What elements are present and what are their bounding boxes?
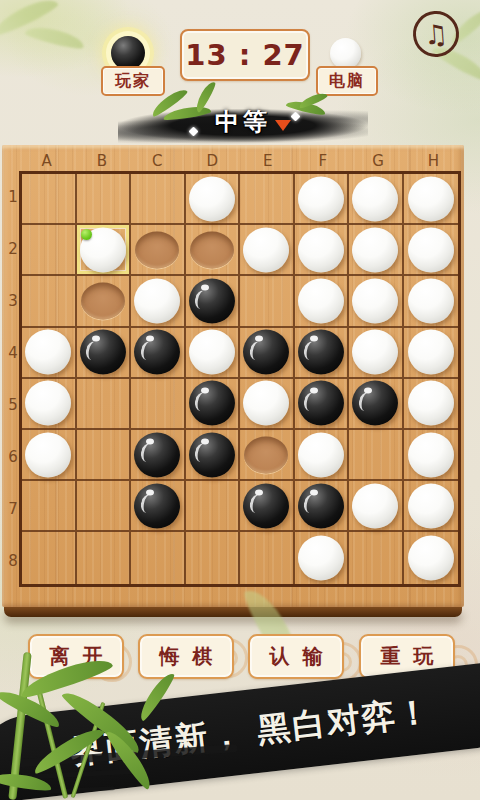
cell-E4[interactable] bbox=[240, 328, 295, 379]
black-stone-C7 bbox=[134, 483, 180, 528]
white-stone-F2 bbox=[298, 227, 344, 272]
black-stone-E7 bbox=[243, 483, 289, 528]
row-label-5: 5 bbox=[6, 379, 20, 431]
cell-F6[interactable] bbox=[295, 430, 350, 481]
cell-F8[interactable] bbox=[295, 532, 350, 583]
cell-H7[interactable] bbox=[404, 481, 459, 532]
cell-D5[interactable] bbox=[186, 379, 241, 430]
column-label-H: H bbox=[406, 152, 461, 170]
cell-D3[interactable] bbox=[186, 276, 241, 327]
chevron-down-icon bbox=[275, 120, 291, 131]
last-move-dot bbox=[81, 229, 92, 240]
cell-B7[interactable] bbox=[77, 481, 132, 532]
black-stone-D6 bbox=[189, 432, 235, 477]
white-stone-G1 bbox=[352, 176, 398, 221]
black-stone-C4 bbox=[134, 330, 180, 375]
cell-B3[interactable] bbox=[77, 276, 132, 327]
white-stone-F1 bbox=[298, 176, 344, 221]
cell-B2[interactable] bbox=[77, 225, 132, 276]
cell-C6[interactable] bbox=[131, 430, 186, 481]
white-stone-D4 bbox=[189, 330, 235, 375]
white-stone-H1 bbox=[408, 176, 454, 221]
cell-D8[interactable] bbox=[186, 532, 241, 583]
black-stone-F7 bbox=[298, 483, 344, 528]
cell-F7[interactable] bbox=[295, 481, 350, 532]
cell-F4[interactable] bbox=[295, 328, 350, 379]
cell-E3[interactable] bbox=[240, 276, 295, 327]
white-stone-E2 bbox=[243, 227, 289, 272]
row-label-6: 6 bbox=[6, 431, 20, 483]
cell-C1[interactable] bbox=[131, 174, 186, 225]
black-stone-B4 bbox=[80, 330, 126, 375]
music-note-icon: ♫ bbox=[423, 18, 449, 51]
cell-A5[interactable] bbox=[22, 379, 77, 430]
white-stone-F3 bbox=[298, 278, 344, 323]
computer-white-stone-avatar bbox=[330, 38, 361, 69]
cell-H5[interactable] bbox=[404, 379, 459, 430]
cell-A7[interactable] bbox=[22, 481, 77, 532]
cell-G6[interactable] bbox=[349, 430, 404, 481]
cell-G2[interactable] bbox=[349, 225, 404, 276]
legal-move-hollow-C2[interactable] bbox=[135, 231, 179, 268]
bamboo-leaf bbox=[24, 22, 86, 51]
white-stone-A6 bbox=[25, 432, 71, 477]
cell-A1[interactable] bbox=[22, 174, 77, 225]
column-label-F: F bbox=[295, 152, 350, 170]
row-label-7: 7 bbox=[6, 483, 20, 535]
white-stone-H6 bbox=[408, 432, 454, 477]
black-stone-D3 bbox=[189, 278, 235, 323]
black-stone-D5 bbox=[189, 381, 235, 426]
column-label-C: C bbox=[130, 152, 185, 170]
cell-F5[interactable] bbox=[295, 379, 350, 430]
cell-A4[interactable] bbox=[22, 328, 77, 379]
cell-A8[interactable] bbox=[22, 532, 77, 583]
cell-G4[interactable] bbox=[349, 328, 404, 379]
cell-H8[interactable] bbox=[404, 532, 459, 583]
cell-E8[interactable] bbox=[240, 532, 295, 583]
row-label-4: 4 bbox=[6, 327, 20, 379]
cell-G5[interactable] bbox=[349, 379, 404, 430]
white-stone-G2 bbox=[352, 227, 398, 272]
row-label-8: 8 bbox=[6, 535, 20, 587]
black-stone-E4 bbox=[243, 330, 289, 375]
black-stone-G5 bbox=[352, 381, 398, 426]
cell-C3[interactable] bbox=[131, 276, 186, 327]
column-label-G: G bbox=[351, 152, 406, 170]
cell-C7[interactable] bbox=[131, 481, 186, 532]
player-label: 玩家 bbox=[115, 71, 151, 92]
cell-G8[interactable] bbox=[349, 532, 404, 583]
cell-A2[interactable] bbox=[22, 225, 77, 276]
white-stone-H4 bbox=[408, 330, 454, 375]
white-stone-H3 bbox=[408, 278, 454, 323]
cell-H6[interactable] bbox=[404, 430, 459, 481]
cell-E5[interactable] bbox=[240, 379, 295, 430]
cell-A3[interactable] bbox=[22, 276, 77, 327]
cell-E1[interactable] bbox=[240, 174, 295, 225]
timer-value: 13 : 27 bbox=[185, 38, 305, 72]
player-name-plate: 玩家 bbox=[101, 66, 165, 96]
cell-F2[interactable] bbox=[295, 225, 350, 276]
column-label-A: A bbox=[19, 152, 74, 170]
white-stone-G3 bbox=[352, 278, 398, 323]
board-grid bbox=[19, 171, 461, 587]
cell-G1[interactable] bbox=[349, 174, 404, 225]
cell-E6[interactable] bbox=[240, 430, 295, 481]
column-labels: ABCDEFGH bbox=[19, 152, 461, 170]
white-stone-D1 bbox=[189, 176, 235, 221]
computer-name-plate: 电脑 bbox=[316, 66, 378, 96]
row-label-3: 3 bbox=[6, 275, 20, 327]
white-stone-F8 bbox=[298, 535, 344, 580]
board-edge-bevel bbox=[4, 607, 462, 617]
cell-H3[interactable] bbox=[404, 276, 459, 327]
legal-move-hollow-D2[interactable] bbox=[190, 231, 234, 268]
cell-E2[interactable] bbox=[240, 225, 295, 276]
cell-H4[interactable] bbox=[404, 328, 459, 379]
black-stone-F5 bbox=[298, 381, 344, 426]
black-stone-F4 bbox=[298, 330, 344, 375]
difficulty-banner[interactable]: 中等 bbox=[118, 98, 368, 148]
cell-B1[interactable] bbox=[77, 174, 132, 225]
white-stone-E5 bbox=[243, 381, 289, 426]
cell-F1[interactable] bbox=[295, 174, 350, 225]
white-stone-H8 bbox=[408, 535, 454, 580]
row-label-2: 2 bbox=[6, 223, 20, 275]
cell-D1[interactable] bbox=[186, 174, 241, 225]
white-stone-G4 bbox=[352, 330, 398, 375]
game-board: ABCDEFGH 12345678 bbox=[2, 145, 464, 607]
player-black-stone-avatar bbox=[111, 36, 145, 70]
cell-E7[interactable] bbox=[240, 481, 295, 532]
cell-B8[interactable] bbox=[77, 532, 132, 583]
column-label-B: B bbox=[74, 152, 129, 170]
computer-label: 电脑 bbox=[329, 71, 365, 92]
white-stone-H2 bbox=[408, 227, 454, 272]
cell-F3[interactable] bbox=[295, 276, 350, 327]
cell-D7[interactable] bbox=[186, 481, 241, 532]
cell-H2[interactable] bbox=[404, 225, 459, 276]
white-stone-H7 bbox=[408, 483, 454, 528]
white-stone-A4 bbox=[25, 330, 71, 375]
cell-B4[interactable] bbox=[77, 328, 132, 379]
cell-G7[interactable] bbox=[349, 481, 404, 532]
white-stone-F6 bbox=[298, 432, 344, 477]
cell-C2[interactable] bbox=[131, 225, 186, 276]
game-timer: 13 : 27 bbox=[180, 29, 310, 81]
white-stone-H5 bbox=[408, 381, 454, 426]
cell-H1[interactable] bbox=[404, 174, 459, 225]
resign-button[interactable]: 认输 bbox=[248, 634, 344, 679]
black-stone-C6 bbox=[134, 432, 180, 477]
undo-button[interactable]: 悔棋 bbox=[138, 634, 234, 679]
cell-C5[interactable] bbox=[131, 379, 186, 430]
column-label-E: E bbox=[240, 152, 295, 170]
legal-move-hollow-B3[interactable] bbox=[81, 282, 125, 319]
cell-D4[interactable] bbox=[186, 328, 241, 379]
cell-D2[interactable] bbox=[186, 225, 241, 276]
cell-D6[interactable] bbox=[186, 430, 241, 481]
row-labels: 12345678 bbox=[6, 171, 20, 587]
white-stone-A5 bbox=[25, 381, 71, 426]
column-label-D: D bbox=[185, 152, 240, 170]
row-label-1: 1 bbox=[6, 171, 20, 223]
game-screen: 玩家 13 : 27 电脑 ♫ 中等 ABCDEFGH 12345678 离开 … bbox=[0, 0, 480, 800]
cell-C4[interactable] bbox=[131, 328, 186, 379]
cell-G3[interactable] bbox=[349, 276, 404, 327]
cell-A6[interactable] bbox=[22, 430, 77, 481]
cell-B6[interactable] bbox=[77, 430, 132, 481]
white-stone-C3 bbox=[134, 278, 180, 323]
white-stone-G7 bbox=[352, 483, 398, 528]
cell-B5[interactable] bbox=[77, 379, 132, 430]
legal-move-hollow-E6[interactable] bbox=[244, 436, 288, 473]
cell-C8[interactable] bbox=[131, 532, 186, 583]
